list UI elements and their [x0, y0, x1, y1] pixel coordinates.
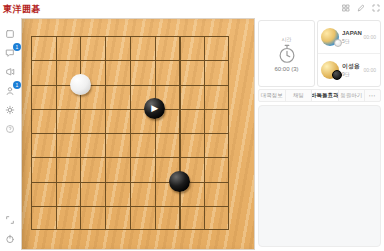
player-name: JAPAN: [342, 30, 362, 38]
tygem-logo: 東洋囲碁: [3, 3, 41, 16]
clock-time: 60:00 (3): [274, 66, 298, 72]
black-stone-icon: [332, 70, 342, 80]
top-right-toolbar: [342, 4, 380, 12]
tab-more[interactable]: ⋯: [364, 90, 380, 101]
chat-message-area: [258, 105, 381, 247]
players-card: JAPAN 5단 00:00 이성용 9단 00:00: [317, 20, 381, 87]
go-game-room: 東洋囲碁 1 1: [0, 0, 384, 251]
tab-game-info[interactable]: 대국정보: [259, 90, 285, 101]
tab-chat[interactable]: 채팅: [285, 90, 312, 101]
right-panel: 시간 60:00 (3) JAPAN 5단 00:: [254, 18, 384, 251]
player-name: 이성용: [342, 63, 360, 71]
top-bar: 東洋囲碁: [0, 0, 384, 18]
fullscreen-icon[interactable]: [372, 4, 380, 12]
sidebar-item-exit[interactable]: [4, 233, 16, 245]
sidebar-item-friends[interactable]: 1: [4, 85, 16, 97]
sidebar-item-chat[interactable]: 1: [4, 47, 16, 59]
tab-cheer[interactable]: 응원하기: [338, 90, 365, 101]
sidebar-item-fullscreen[interactable]: [4, 214, 16, 226]
edit-icon[interactable]: [357, 4, 365, 12]
player-row-black[interactable]: 이성용 9단 00:00: [318, 53, 380, 86]
player-avatar: [321, 28, 339, 46]
board-grid: [31, 36, 229, 230]
stopwatch-icon: [276, 43, 298, 65]
sidebar-item-announcement[interactable]: [4, 66, 16, 78]
go-board[interactable]: ▶: [22, 19, 254, 249]
left-sidebar: 1 1: [0, 18, 20, 251]
game-info-row: 시간 60:00 (3) JAPAN 5단 00:: [258, 20, 381, 87]
chat-badge: 1: [13, 43, 21, 51]
game-clock: 시간 60:00 (3): [258, 20, 315, 87]
player-row-white[interactable]: JAPAN 5단 00:00: [318, 21, 380, 53]
player-time: 00:00: [363, 67, 376, 73]
player-rank: 9단: [342, 71, 360, 77]
player-avatar: [321, 61, 339, 79]
clock-label: 시간: [282, 36, 292, 42]
sidebar-item-settings[interactable]: [4, 104, 16, 116]
sidebar-item-help[interactable]: [4, 123, 16, 135]
tab-stone-effect[interactable]: 바둑돌효과: [311, 90, 338, 101]
white-stone: [70, 74, 91, 95]
grid-view-icon[interactable]: [342, 4, 350, 12]
player-time: 00:00: [363, 34, 376, 40]
player-rank: 5단: [342, 38, 362, 44]
black-stone: ▶: [144, 98, 165, 119]
black-stone: [169, 171, 190, 192]
friends-badge: 1: [13, 81, 21, 89]
white-stone-icon: [334, 39, 342, 47]
sidebar-item-record[interactable]: [4, 28, 16, 40]
room-tabs: 대국정보 채팅 바둑돌효과 응원하기 ⋯: [258, 89, 381, 102]
last-move-marker: ▶: [144, 98, 165, 119]
